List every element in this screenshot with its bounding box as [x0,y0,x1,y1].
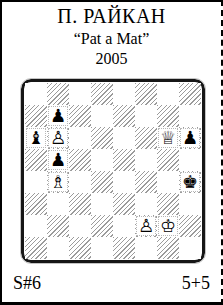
diagram-footer: S#6 5+5 [2,272,221,294]
square-b5: ♟ [47,149,69,171]
square-g8 [157,83,179,105]
square-f5 [135,149,157,171]
square-f7 [135,105,157,127]
square-g6: ♕ [157,127,179,149]
square-e3 [113,193,135,215]
square-h8 [179,83,201,105]
square-g4 [157,171,179,193]
square-b8 [47,83,69,105]
square-b3 [47,193,69,215]
square-d6 [91,127,113,149]
square-d1 [91,237,113,259]
square-d4 [91,171,113,193]
square-g1 [157,237,179,259]
square-h5 [179,149,201,171]
black-king-h4: ♚ [180,172,200,192]
square-e4 [113,171,135,193]
square-f2: ♙ [135,215,157,237]
white-king-g2: ♔ [158,216,178,236]
square-a2 [25,215,47,237]
diagram-header: П. РАЙКАН “Pat a Mat” 2005 [2,2,221,69]
square-b2 [47,215,69,237]
square-e5 [113,149,135,171]
square-a3 [25,193,47,215]
square-a6: ♝ [25,127,47,149]
square-c7 [69,105,91,127]
square-h7 [179,105,201,127]
white-pawn-f2: ♙ [136,216,156,236]
square-b7: ♟ [47,105,69,127]
square-a5 [25,149,47,171]
black-pawn-b5: ♟ [48,150,68,170]
square-h2 [179,215,201,237]
square-c4 [69,171,91,193]
square-d2 [91,215,113,237]
square-e1 [113,237,135,259]
square-c1 [69,237,91,259]
square-f6 [135,127,157,149]
square-h1 [179,237,201,259]
square-g3 [157,193,179,215]
square-f3 [135,193,157,215]
square-h6: ♟ [179,127,201,149]
material-count-label: 5+5 [182,272,210,294]
square-c6 [69,127,91,149]
square-c3 [69,193,91,215]
square-a7 [25,105,47,127]
diagram-page: П. РАЙКАН “Pat a Mat” 2005 ♟♝♙♕♟♟♗♚♙♔ S#… [0,0,223,305]
square-d5 [91,149,113,171]
author-name: П. РАЙКАН [2,4,221,28]
stipulation-label: S#6 [13,272,41,294]
white-bishop-b4: ♗ [48,172,68,192]
square-h4: ♚ [179,171,201,193]
square-g2: ♔ [157,215,179,237]
square-b6: ♙ [47,127,69,149]
square-a8 [25,83,47,105]
square-a4 [25,171,47,193]
square-d3 [91,193,113,215]
square-e8 [113,83,135,105]
square-f1 [135,237,157,259]
publication-year: 2005 [2,49,221,69]
black-bishop-a6: ♝ [26,128,46,148]
white-pawn-b6: ♙ [48,128,68,148]
square-e7 [113,105,135,127]
square-b1 [47,237,69,259]
square-a1 [25,237,47,259]
chess-board: ♟♝♙♕♟♟♗♚♙♔ [21,79,205,263]
square-c2 [69,215,91,237]
square-g7 [157,105,179,127]
square-g5 [157,149,179,171]
white-queen-g6: ♕ [158,128,178,148]
square-c8 [69,83,91,105]
square-f8 [135,83,157,105]
black-pawn-b7: ♟ [48,106,68,126]
square-f4 [135,171,157,193]
square-c5 [69,149,91,171]
square-b4: ♗ [47,171,69,193]
black-pawn-h6: ♟ [180,128,200,148]
square-d8 [91,83,113,105]
square-e6 [113,127,135,149]
square-e2 [113,215,135,237]
source-title: “Pat a Mat” [2,28,221,49]
chess-board-frame: ♟♝♙♕♟♟♗♚♙♔ [21,79,205,263]
square-d7 [91,105,113,127]
square-h3 [179,193,201,215]
